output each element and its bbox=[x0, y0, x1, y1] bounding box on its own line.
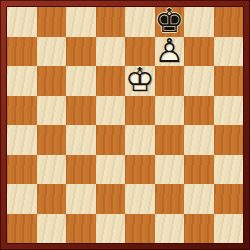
square-b1[interactable] bbox=[37, 214, 67, 244]
square-h3[interactable] bbox=[214, 155, 244, 185]
square-g8[interactable] bbox=[184, 7, 214, 37]
square-e5[interactable] bbox=[125, 96, 155, 126]
square-a8[interactable] bbox=[7, 7, 37, 37]
square-d5[interactable] bbox=[96, 96, 126, 126]
square-g4[interactable] bbox=[184, 125, 214, 155]
square-d8[interactable] bbox=[96, 7, 126, 37]
square-g5[interactable] bbox=[184, 96, 214, 126]
square-a6[interactable] bbox=[7, 66, 37, 96]
square-g7[interactable] bbox=[184, 37, 214, 67]
square-c6[interactable] bbox=[66, 66, 96, 96]
square-f7[interactable]: ♟♙ bbox=[155, 37, 185, 67]
square-f3[interactable] bbox=[155, 155, 185, 185]
square-b3[interactable] bbox=[37, 155, 67, 185]
square-h1[interactable] bbox=[214, 214, 244, 244]
square-h2[interactable] bbox=[214, 184, 244, 214]
square-c2[interactable] bbox=[66, 184, 96, 214]
square-g2[interactable] bbox=[184, 184, 214, 214]
square-b7[interactable] bbox=[37, 37, 67, 67]
square-f6[interactable] bbox=[155, 66, 185, 96]
square-c8[interactable] bbox=[66, 7, 96, 37]
square-a1[interactable] bbox=[7, 214, 37, 244]
square-a5[interactable] bbox=[7, 96, 37, 126]
square-a4[interactable] bbox=[7, 125, 37, 155]
square-c3[interactable] bbox=[66, 155, 96, 185]
square-f4[interactable] bbox=[155, 125, 185, 155]
board: ♚♟♙♚♔ bbox=[7, 7, 243, 243]
square-e6[interactable]: ♚♔ bbox=[125, 66, 155, 96]
square-f1[interactable] bbox=[155, 214, 185, 244]
white-king[interactable]: ♔ bbox=[125, 65, 155, 95]
square-c5[interactable] bbox=[66, 96, 96, 126]
square-b6[interactable] bbox=[37, 66, 67, 96]
square-h4[interactable] bbox=[214, 125, 244, 155]
chessboard-frame: ♚♟♙♚♔ bbox=[0, 0, 250, 250]
square-a2[interactable] bbox=[7, 184, 37, 214]
square-g6[interactable] bbox=[184, 66, 214, 96]
square-e1[interactable] bbox=[125, 214, 155, 244]
square-c7[interactable] bbox=[66, 37, 96, 67]
square-h8[interactable] bbox=[214, 7, 244, 37]
square-f2[interactable] bbox=[155, 184, 185, 214]
square-a7[interactable] bbox=[7, 37, 37, 67]
square-d3[interactable] bbox=[96, 155, 126, 185]
square-e3[interactable] bbox=[125, 155, 155, 185]
square-g3[interactable] bbox=[184, 155, 214, 185]
square-h5[interactable] bbox=[214, 96, 244, 126]
square-b5[interactable] bbox=[37, 96, 67, 126]
square-b8[interactable] bbox=[37, 7, 67, 37]
square-b2[interactable] bbox=[37, 184, 67, 214]
square-d7[interactable] bbox=[96, 37, 126, 67]
square-b4[interactable] bbox=[37, 125, 67, 155]
square-e2[interactable] bbox=[125, 184, 155, 214]
square-c4[interactable] bbox=[66, 125, 96, 155]
square-a3[interactable] bbox=[7, 155, 37, 185]
square-g1[interactable] bbox=[184, 214, 214, 244]
square-h7[interactable] bbox=[214, 37, 244, 67]
square-d1[interactable] bbox=[96, 214, 126, 244]
square-f5[interactable] bbox=[155, 96, 185, 126]
square-d2[interactable] bbox=[96, 184, 126, 214]
white-pawn[interactable]: ♙ bbox=[155, 36, 185, 66]
square-d4[interactable] bbox=[96, 125, 126, 155]
square-d6[interactable] bbox=[96, 66, 126, 96]
square-h6[interactable] bbox=[214, 66, 244, 96]
square-e4[interactable] bbox=[125, 125, 155, 155]
square-e8[interactable] bbox=[125, 7, 155, 37]
square-c1[interactable] bbox=[66, 214, 96, 244]
